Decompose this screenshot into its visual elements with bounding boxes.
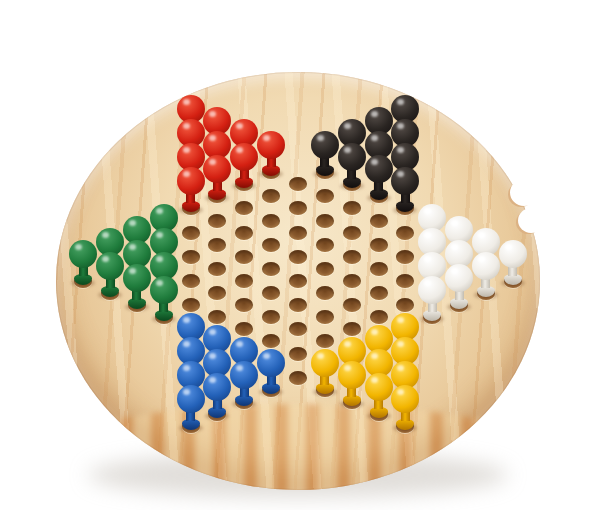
peg-ball-head — [150, 276, 178, 304]
peg-ball-head — [257, 131, 285, 159]
peg-blue[interactable] — [203, 373, 231, 419]
peg-ball-head — [445, 264, 473, 292]
peg-grid — [0, 0, 595, 510]
hole[interactable] — [182, 250, 200, 264]
chinese-checkers-photo — [0, 0, 595, 510]
peg-ball-head — [391, 167, 419, 195]
hole[interactable] — [289, 226, 307, 240]
peg-ball-head — [365, 373, 393, 401]
peg-ball-head — [311, 349, 339, 377]
hole[interactable] — [316, 286, 334, 300]
hole[interactable] — [235, 322, 253, 336]
hole[interactable] — [343, 322, 361, 336]
hole[interactable] — [370, 262, 388, 276]
finger-notch — [510, 179, 538, 206]
hole[interactable] — [343, 226, 361, 240]
peg-white[interactable] — [499, 240, 527, 286]
hole[interactable] — [289, 298, 307, 312]
hole[interactable] — [396, 226, 414, 240]
peg-white[interactable] — [445, 264, 473, 310]
peg-black[interactable] — [365, 155, 393, 201]
peg-ball-head — [391, 385, 419, 413]
hole[interactable] — [262, 286, 280, 300]
peg-ball-head — [365, 155, 393, 183]
hole[interactable] — [208, 262, 226, 276]
peg-ball-head — [472, 252, 500, 280]
hole[interactable] — [289, 177, 307, 191]
hole[interactable] — [235, 298, 253, 312]
peg-black[interactable] — [338, 143, 366, 189]
peg-green[interactable] — [96, 252, 124, 298]
hole[interactable] — [316, 334, 334, 348]
hole[interactable] — [343, 298, 361, 312]
peg-white[interactable] — [418, 276, 446, 322]
peg-yellow[interactable] — [338, 361, 366, 407]
hole[interactable] — [289, 201, 307, 215]
hole[interactable] — [289, 347, 307, 361]
hole[interactable] — [289, 250, 307, 264]
peg-ball-head — [311, 131, 339, 159]
finger-notch — [518, 208, 544, 233]
peg-ball-head — [69, 240, 97, 268]
hole[interactable] — [262, 238, 280, 252]
hole[interactable] — [396, 298, 414, 312]
hole[interactable] — [262, 310, 280, 324]
hole[interactable] — [208, 238, 226, 252]
peg-red[interactable] — [203, 155, 231, 201]
hole[interactable] — [370, 310, 388, 324]
peg-blue[interactable] — [177, 385, 205, 431]
peg-ball-head — [123, 264, 151, 292]
hole[interactable] — [182, 226, 200, 240]
peg-ball-head — [499, 240, 527, 268]
peg-red[interactable] — [257, 131, 285, 177]
peg-ball-head — [338, 143, 366, 171]
peg-yellow[interactable] — [311, 349, 339, 395]
hole[interactable] — [289, 274, 307, 288]
hole[interactable] — [289, 371, 307, 385]
hole[interactable] — [370, 238, 388, 252]
peg-ball-head — [177, 385, 205, 413]
hole[interactable] — [343, 274, 361, 288]
hole[interactable] — [316, 238, 334, 252]
hole[interactable] — [208, 214, 226, 228]
peg-blue[interactable] — [257, 349, 285, 395]
hole[interactable] — [316, 214, 334, 228]
hole[interactable] — [208, 286, 226, 300]
hole[interactable] — [316, 262, 334, 276]
hole[interactable] — [262, 334, 280, 348]
hole[interactable] — [235, 226, 253, 240]
peg-yellow[interactable] — [365, 373, 393, 419]
hole[interactable] — [370, 286, 388, 300]
peg-ball-head — [230, 143, 258, 171]
hole[interactable] — [262, 214, 280, 228]
peg-white[interactable] — [472, 252, 500, 298]
hole[interactable] — [396, 274, 414, 288]
hole[interactable] — [208, 310, 226, 324]
hole[interactable] — [289, 322, 307, 336]
peg-ball-head — [203, 373, 231, 401]
peg-green[interactable] — [123, 264, 151, 310]
hole[interactable] — [343, 201, 361, 215]
peg-green[interactable] — [69, 240, 97, 286]
peg-red[interactable] — [230, 143, 258, 189]
hole[interactable] — [316, 310, 334, 324]
peg-ball-head — [338, 361, 366, 389]
hole[interactable] — [235, 201, 253, 215]
peg-black[interactable] — [391, 167, 419, 213]
hole[interactable] — [370, 214, 388, 228]
peg-yellow[interactable] — [391, 385, 419, 431]
peg-red[interactable] — [177, 167, 205, 213]
hole[interactable] — [343, 250, 361, 264]
peg-green[interactable] — [150, 276, 178, 322]
peg-ball-head — [96, 252, 124, 280]
peg-ball-head — [257, 349, 285, 377]
peg-blue[interactable] — [230, 361, 258, 407]
hole[interactable] — [262, 189, 280, 203]
hole[interactable] — [262, 262, 280, 276]
peg-ball-head — [418, 276, 446, 304]
hole[interactable] — [396, 250, 414, 264]
hole[interactable] — [182, 274, 200, 288]
peg-ball-head — [203, 155, 231, 183]
hole[interactable] — [235, 274, 253, 288]
peg-ball-head — [177, 167, 205, 195]
hole[interactable] — [235, 250, 253, 264]
hole[interactable] — [316, 189, 334, 203]
peg-black[interactable] — [311, 131, 339, 177]
peg-ball-head — [230, 361, 258, 389]
hole[interactable] — [182, 298, 200, 312]
